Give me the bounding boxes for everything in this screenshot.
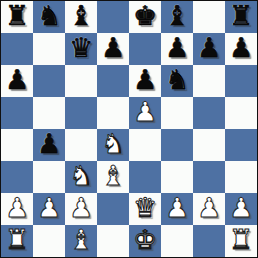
piece-black-pawn[interactable]: ♟ (37, 129, 61, 160)
square-b1[interactable] (33, 225, 65, 257)
square-a3[interactable] (1, 161, 33, 193)
square-h2[interactable]: ♟ (225, 193, 257, 225)
square-f1[interactable] (161, 225, 193, 257)
square-d7[interactable]: ♟ (97, 33, 129, 65)
square-h5[interactable] (225, 97, 257, 129)
piece-white-bishop[interactable]: ♝ (69, 225, 93, 256)
square-g3[interactable] (193, 161, 225, 193)
square-f4[interactable] (161, 129, 193, 161)
piece-black-pawn[interactable]: ♟ (165, 33, 189, 64)
piece-white-pawn[interactable]: ♟ (165, 193, 189, 224)
square-a1[interactable]: ♜ (1, 225, 33, 257)
piece-white-pawn[interactable]: ♟ (37, 193, 61, 224)
square-g4[interactable] (193, 129, 225, 161)
piece-black-pawn[interactable]: ♟ (5, 65, 29, 96)
square-d6[interactable] (97, 65, 129, 97)
piece-white-king[interactable]: ♚ (133, 225, 157, 256)
piece-white-queen[interactable]: ♛ (133, 193, 157, 224)
piece-white-pawn[interactable]: ♟ (133, 97, 157, 128)
piece-white-knight[interactable]: ♞ (69, 161, 93, 192)
square-c5[interactable] (65, 97, 97, 129)
piece-white-rook[interactable]: ♜ (229, 225, 253, 256)
square-e6[interactable]: ♟ (129, 65, 161, 97)
piece-black-rook[interactable]: ♜ (229, 1, 253, 32)
square-b8[interactable]: ♞ (33, 1, 65, 33)
square-h4[interactable] (225, 129, 257, 161)
square-e4[interactable] (129, 129, 161, 161)
piece-black-knight[interactable]: ♞ (165, 65, 189, 96)
piece-white-pawn[interactable]: ♟ (229, 193, 253, 224)
square-a2[interactable]: ♟ (1, 193, 33, 225)
square-d1[interactable] (97, 225, 129, 257)
square-a8[interactable]: ♜ (1, 1, 33, 33)
square-c4[interactable] (65, 129, 97, 161)
piece-black-queen[interactable]: ♛ (69, 33, 93, 64)
square-g7[interactable]: ♟ (193, 33, 225, 65)
square-h1[interactable]: ♜ (225, 225, 257, 257)
square-e8[interactable]: ♚ (129, 1, 161, 33)
square-f8[interactable]: ♝ (161, 1, 193, 33)
square-c3[interactable]: ♞ (65, 161, 97, 193)
square-b6[interactable] (33, 65, 65, 97)
piece-black-pawn[interactable]: ♟ (229, 33, 253, 64)
square-f7[interactable]: ♟ (161, 33, 193, 65)
square-d3[interactable]: ♝ (97, 161, 129, 193)
piece-black-king[interactable]: ♚ (133, 1, 157, 32)
piece-white-knight[interactable]: ♞ (101, 129, 125, 160)
square-b3[interactable] (33, 161, 65, 193)
square-d5[interactable] (97, 97, 129, 129)
square-d4[interactable]: ♞ (97, 129, 129, 161)
square-f3[interactable] (161, 161, 193, 193)
square-e3[interactable] (129, 161, 161, 193)
square-a5[interactable] (1, 97, 33, 129)
piece-black-pawn[interactable]: ♟ (133, 65, 157, 96)
piece-white-bishop[interactable]: ♝ (101, 161, 125, 192)
square-c7[interactable]: ♛ (65, 33, 97, 65)
square-a7[interactable] (1, 33, 33, 65)
square-h3[interactable] (225, 161, 257, 193)
square-g5[interactable] (193, 97, 225, 129)
square-e5[interactable]: ♟ (129, 97, 161, 129)
piece-black-pawn[interactable]: ♟ (101, 33, 125, 64)
square-c6[interactable] (65, 65, 97, 97)
square-e1[interactable]: ♚ (129, 225, 161, 257)
square-h6[interactable] (225, 65, 257, 97)
square-g6[interactable] (193, 65, 225, 97)
square-h7[interactable]: ♟ (225, 33, 257, 65)
square-f6[interactable]: ♞ (161, 65, 193, 97)
square-d8[interactable] (97, 1, 129, 33)
piece-white-pawn[interactable]: ♟ (69, 193, 93, 224)
piece-white-rook[interactable]: ♜ (5, 225, 29, 256)
piece-black-knight[interactable]: ♞ (37, 1, 61, 32)
square-b7[interactable] (33, 33, 65, 65)
square-f5[interactable] (161, 97, 193, 129)
square-a6[interactable]: ♟ (1, 65, 33, 97)
square-f2[interactable]: ♟ (161, 193, 193, 225)
square-b4[interactable]: ♟ (33, 129, 65, 161)
square-b5[interactable] (33, 97, 65, 129)
piece-black-pawn[interactable]: ♟ (197, 33, 221, 64)
square-e7[interactable] (129, 33, 161, 65)
square-d2[interactable] (97, 193, 129, 225)
square-g1[interactable] (193, 225, 225, 257)
piece-white-pawn[interactable]: ♟ (197, 193, 221, 224)
square-c1[interactable]: ♝ (65, 225, 97, 257)
square-b2[interactable]: ♟ (33, 193, 65, 225)
square-c8[interactable]: ♝ (65, 1, 97, 33)
piece-black-bishop[interactable]: ♝ (165, 1, 189, 32)
square-a4[interactable] (1, 129, 33, 161)
square-c2[interactable]: ♟ (65, 193, 97, 225)
square-g8[interactable] (193, 1, 225, 33)
square-e2[interactable]: ♛ (129, 193, 161, 225)
piece-black-bishop[interactable]: ♝ (69, 1, 93, 32)
chess-board-frame: ♜♞♝♚♝♜♛♟♟♟♟♟♟♞♟♟♞♞♝♟♟♟♛♟♟♟♜♝♚♜ (0, 0, 258, 258)
square-h8[interactable]: ♜ (225, 1, 257, 33)
piece-white-pawn[interactable]: ♟ (5, 193, 29, 224)
chess-board: ♜♞♝♚♝♜♛♟♟♟♟♟♟♞♟♟♞♞♝♟♟♟♛♟♟♟♜♝♚♜ (1, 1, 257, 257)
piece-black-rook[interactable]: ♜ (5, 1, 29, 32)
square-g2[interactable]: ♟ (193, 193, 225, 225)
